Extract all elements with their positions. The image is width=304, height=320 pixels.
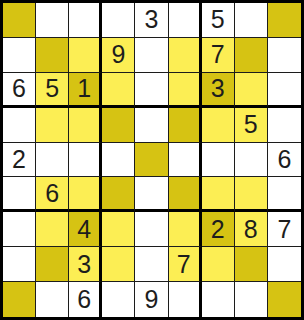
cell-r2c5[interactable] <box>135 38 168 73</box>
cell-r9c6[interactable] <box>169 282 202 317</box>
cell-r8c8[interactable] <box>235 247 268 282</box>
cell-r5c6[interactable] <box>169 143 202 178</box>
cell-r4c2[interactable] <box>36 108 69 143</box>
cell-r4c8[interactable]: 5 <box>235 108 268 143</box>
cell-r6c1[interactable] <box>3 177 36 212</box>
cell-r2c7[interactable]: 7 <box>202 38 235 73</box>
cell-r5c9[interactable]: 6 <box>268 143 301 178</box>
cell-r7c9[interactable]: 7 <box>268 212 301 247</box>
cell-r9c3[interactable]: 6 <box>69 282 102 317</box>
cell-r7c2[interactable] <box>36 212 69 247</box>
cell-r2c4[interactable]: 9 <box>102 38 135 73</box>
cell-r8c2[interactable] <box>36 247 69 282</box>
cell-r4c4[interactable] <box>102 108 135 143</box>
cell-r7c5[interactable] <box>135 212 168 247</box>
cell-r9c7[interactable] <box>202 282 235 317</box>
cell-r6c9[interactable] <box>268 177 301 212</box>
cell-r4c7[interactable] <box>202 108 235 143</box>
cell-r3c5[interactable] <box>135 73 168 108</box>
cell-r8c5[interactable] <box>135 247 168 282</box>
cell-r1c4[interactable] <box>102 3 135 38</box>
cell-r3c7[interactable]: 3 <box>202 73 235 108</box>
cell-r4c9[interactable] <box>268 108 301 143</box>
cell-r9c1[interactable] <box>3 282 36 317</box>
cell-r4c5[interactable] <box>135 108 168 143</box>
cell-r1c7[interactable]: 5 <box>202 3 235 38</box>
cell-r3c6[interactable] <box>169 73 202 108</box>
cell-r3c3[interactable]: 1 <box>69 73 102 108</box>
cell-r7c7[interactable]: 2 <box>202 212 235 247</box>
cell-r9c9[interactable] <box>268 282 301 317</box>
cell-r1c9[interactable] <box>268 3 301 38</box>
cell-r2c3[interactable] <box>69 38 102 73</box>
cell-r2c8[interactable] <box>235 38 268 73</box>
cell-r1c3[interactable] <box>69 3 102 38</box>
cell-r9c5[interactable]: 9 <box>135 282 168 317</box>
cell-r6c8[interactable] <box>235 177 268 212</box>
cell-r6c7[interactable] <box>202 177 235 212</box>
cell-r1c8[interactable] <box>235 3 268 38</box>
cell-r7c1[interactable] <box>3 212 36 247</box>
cell-r6c3[interactable] <box>69 177 102 212</box>
cell-r1c6[interactable] <box>169 3 202 38</box>
cell-r4c3[interactable] <box>69 108 102 143</box>
cell-r6c6[interactable] <box>169 177 202 212</box>
cell-r7c4[interactable] <box>102 212 135 247</box>
cell-r5c5[interactable] <box>135 143 168 178</box>
cell-r2c9[interactable] <box>268 38 301 73</box>
cell-r5c1[interactable]: 2 <box>3 143 36 178</box>
cell-r8c3[interactable]: 3 <box>69 247 102 282</box>
cell-r7c6[interactable] <box>169 212 202 247</box>
cell-r8c7[interactable] <box>202 247 235 282</box>
cell-r4c1[interactable] <box>3 108 36 143</box>
cell-r7c3[interactable]: 4 <box>69 212 102 247</box>
cell-r2c6[interactable] <box>169 38 202 73</box>
cell-r9c8[interactable] <box>235 282 268 317</box>
cell-r5c2[interactable] <box>36 143 69 178</box>
cell-r1c1[interactable] <box>3 3 36 38</box>
cell-r3c1[interactable]: 6 <box>3 73 36 108</box>
sudoku-board: 35976513526642873769 <box>0 0 304 320</box>
cell-r6c5[interactable] <box>135 177 168 212</box>
cell-r8c6[interactable]: 7 <box>169 247 202 282</box>
cell-r6c2[interactable]: 6 <box>36 177 69 212</box>
cell-r3c9[interactable] <box>268 73 301 108</box>
sudoku-page: 35976513526642873769 <box>0 0 304 320</box>
cell-r5c3[interactable] <box>69 143 102 178</box>
cell-r8c4[interactable] <box>102 247 135 282</box>
cell-r2c2[interactable] <box>36 38 69 73</box>
cell-r2c1[interactable] <box>3 38 36 73</box>
cell-r3c2[interactable]: 5 <box>36 73 69 108</box>
cell-r8c9[interactable] <box>268 247 301 282</box>
cell-r1c2[interactable] <box>36 3 69 38</box>
cell-r5c4[interactable] <box>102 143 135 178</box>
cell-r3c4[interactable] <box>102 73 135 108</box>
cell-r6c4[interactable] <box>102 177 135 212</box>
cell-r8c1[interactable] <box>3 247 36 282</box>
cell-r9c4[interactable] <box>102 282 135 317</box>
cell-r5c8[interactable] <box>235 143 268 178</box>
cell-r4c6[interactable] <box>169 108 202 143</box>
cell-r3c8[interactable] <box>235 73 268 108</box>
cell-r9c2[interactable] <box>36 282 69 317</box>
cell-r1c5[interactable]: 3 <box>135 3 168 38</box>
cell-r7c8[interactable]: 8 <box>235 212 268 247</box>
cell-r5c7[interactable] <box>202 143 235 178</box>
